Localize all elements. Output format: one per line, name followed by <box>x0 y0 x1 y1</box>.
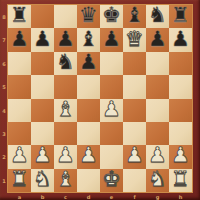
file-labels: abcdefgh <box>8 192 192 200</box>
square-d4[interactable] <box>77 99 100 122</box>
square-c7[interactable]: ♟ <box>54 28 77 51</box>
square-b5[interactable] <box>31 75 54 98</box>
square-a1[interactable]: ♜ <box>8 169 31 192</box>
square-e2[interactable] <box>100 145 123 168</box>
square-a2[interactable]: ♟ <box>8 145 31 168</box>
rank-label-7: 7 <box>1 30 8 50</box>
square-e6[interactable] <box>100 52 123 75</box>
square-e3[interactable] <box>100 122 123 145</box>
square-f7[interactable]: ♛ <box>123 28 146 51</box>
square-f6[interactable] <box>123 52 146 75</box>
square-f8[interactable]: ♝ <box>123 5 146 28</box>
white-king-e1[interactable]: ♚ <box>102 169 121 190</box>
white-knight-b1[interactable]: ♞ <box>33 169 52 190</box>
square-b3[interactable] <box>31 122 54 145</box>
square-d5[interactable] <box>77 75 100 98</box>
file-label-d: d <box>79 193 99 200</box>
black-rook-a8[interactable]: ♜ <box>10 5 29 26</box>
square-g2[interactable]: ♟ <box>146 145 169 168</box>
rank-label-8: 8 <box>1 7 8 27</box>
file-label-e: e <box>102 193 122 200</box>
square-h6[interactable] <box>169 52 192 75</box>
square-c3[interactable] <box>54 122 77 145</box>
white-pawn-d2[interactable]: ♟ <box>79 145 98 166</box>
chess-board: ♜♛♚♝♞♜♟♟♟♝♟♛♟♟♞♟♝♟♟♟♟♟♟♟♟♜♞♝♚♞♜ <box>8 5 192 192</box>
black-bishop-f8[interactable]: ♝ <box>125 5 144 26</box>
square-f5[interactable] <box>123 75 146 98</box>
white-rook-h1[interactable]: ♜ <box>171 169 190 190</box>
square-h2[interactable]: ♟ <box>169 145 192 168</box>
square-g3[interactable] <box>146 122 169 145</box>
black-bishop-d7[interactable]: ♝ <box>79 29 98 50</box>
white-pawn-f2[interactable]: ♟ <box>125 145 144 166</box>
square-c5[interactable] <box>54 75 77 98</box>
square-e1[interactable]: ♚ <box>100 169 123 192</box>
square-b2[interactable]: ♟ <box>31 145 54 168</box>
black-queen-d8[interactable]: ♛ <box>79 5 98 26</box>
white-pawn-g2[interactable]: ♟ <box>148 145 167 166</box>
square-f3[interactable] <box>123 122 146 145</box>
square-h5[interactable] <box>169 75 192 98</box>
rank-label-2: 2 <box>1 147 8 167</box>
black-knight-g8[interactable]: ♞ <box>148 5 167 26</box>
square-f4[interactable] <box>123 99 146 122</box>
square-e4[interactable]: ♟ <box>100 99 123 122</box>
square-d1[interactable] <box>77 169 100 192</box>
square-b4[interactable] <box>31 99 54 122</box>
chess-board-frame: ♜♛♚♝♞♜♟♟♟♝♟♛♟♟♞♟♝♟♟♟♟♟♟♟♟♜♞♝♚♞♜ 87654321… <box>0 0 200 200</box>
square-d7[interactable]: ♝ <box>77 28 100 51</box>
rank-label-3: 3 <box>1 124 8 144</box>
square-d3[interactable] <box>77 122 100 145</box>
square-b8[interactable] <box>31 5 54 28</box>
square-h8[interactable]: ♜ <box>169 5 192 28</box>
square-h3[interactable] <box>169 122 192 145</box>
file-label-g: g <box>148 193 168 200</box>
square-e5[interactable] <box>100 75 123 98</box>
white-knight-g1[interactable]: ♞ <box>148 169 167 190</box>
square-f2[interactable]: ♟ <box>123 145 146 168</box>
square-g8[interactable]: ♞ <box>146 5 169 28</box>
black-pawn-e7[interactable]: ♟ <box>102 29 121 50</box>
square-b7[interactable]: ♟ <box>31 28 54 51</box>
black-pawn-h7[interactable]: ♟ <box>171 29 190 50</box>
black-pawn-g7[interactable]: ♟ <box>148 29 167 50</box>
square-d6[interactable]: ♟ <box>77 52 100 75</box>
square-g5[interactable] <box>146 75 169 98</box>
square-c2[interactable]: ♟ <box>54 145 77 168</box>
square-b6[interactable] <box>31 52 54 75</box>
square-a5[interactable] <box>8 75 31 98</box>
white-queen-f7[interactable]: ♛ <box>125 29 144 50</box>
rank-label-5: 5 <box>1 77 8 97</box>
square-c6[interactable]: ♞ <box>54 52 77 75</box>
white-pawn-e4[interactable]: ♟ <box>102 99 121 120</box>
square-f1[interactable] <box>123 169 146 192</box>
square-h1[interactable]: ♜ <box>169 169 192 192</box>
white-rook-a1[interactable]: ♜ <box>10 169 29 190</box>
square-h4[interactable] <box>169 99 192 122</box>
file-label-a: a <box>10 193 30 200</box>
square-a8[interactable]: ♜ <box>8 5 31 28</box>
black-rook-h8[interactable]: ♜ <box>171 5 190 26</box>
square-d2[interactable]: ♟ <box>77 145 100 168</box>
square-g1[interactable]: ♞ <box>146 169 169 192</box>
black-king-e8[interactable]: ♚ <box>102 5 121 26</box>
rank-label-1: 1 <box>1 170 8 190</box>
file-label-c: c <box>56 193 76 200</box>
black-pawn-d6[interactable]: ♟ <box>79 52 98 73</box>
square-a4[interactable] <box>8 99 31 122</box>
square-e8[interactable]: ♚ <box>100 5 123 28</box>
black-knight-c6[interactable]: ♞ <box>56 52 75 73</box>
square-e7[interactable]: ♟ <box>100 28 123 51</box>
square-g7[interactable]: ♟ <box>146 28 169 51</box>
square-a3[interactable] <box>8 122 31 145</box>
square-h7[interactable]: ♟ <box>169 28 192 51</box>
square-g6[interactable] <box>146 52 169 75</box>
black-pawn-a7[interactable]: ♟ <box>10 29 29 50</box>
square-d8[interactable]: ♛ <box>77 5 100 28</box>
black-pawn-b7[interactable]: ♟ <box>33 29 52 50</box>
black-pawn-c7[interactable]: ♟ <box>56 29 75 50</box>
white-bishop-c1[interactable]: ♝ <box>56 169 75 190</box>
square-c8[interactable] <box>54 5 77 28</box>
square-b1[interactable]: ♞ <box>31 169 54 192</box>
white-bishop-c4[interactable]: ♝ <box>56 99 75 120</box>
white-pawn-h2[interactable]: ♟ <box>171 145 190 166</box>
square-c1[interactable]: ♝ <box>54 169 77 192</box>
white-pawn-c2[interactable]: ♟ <box>56 145 75 166</box>
rank-label-4: 4 <box>1 100 8 120</box>
square-c4[interactable]: ♝ <box>54 99 77 122</box>
square-a7[interactable]: ♟ <box>8 28 31 51</box>
white-pawn-b2[interactable]: ♟ <box>33 145 52 166</box>
square-g4[interactable] <box>146 99 169 122</box>
file-label-f: f <box>125 193 145 200</box>
white-pawn-a2[interactable]: ♟ <box>10 145 29 166</box>
square-a6[interactable] <box>8 52 31 75</box>
rank-labels: 87654321 <box>0 5 8 192</box>
file-label-h: h <box>171 193 191 200</box>
file-label-b: b <box>33 193 53 200</box>
rank-label-6: 6 <box>1 54 8 74</box>
